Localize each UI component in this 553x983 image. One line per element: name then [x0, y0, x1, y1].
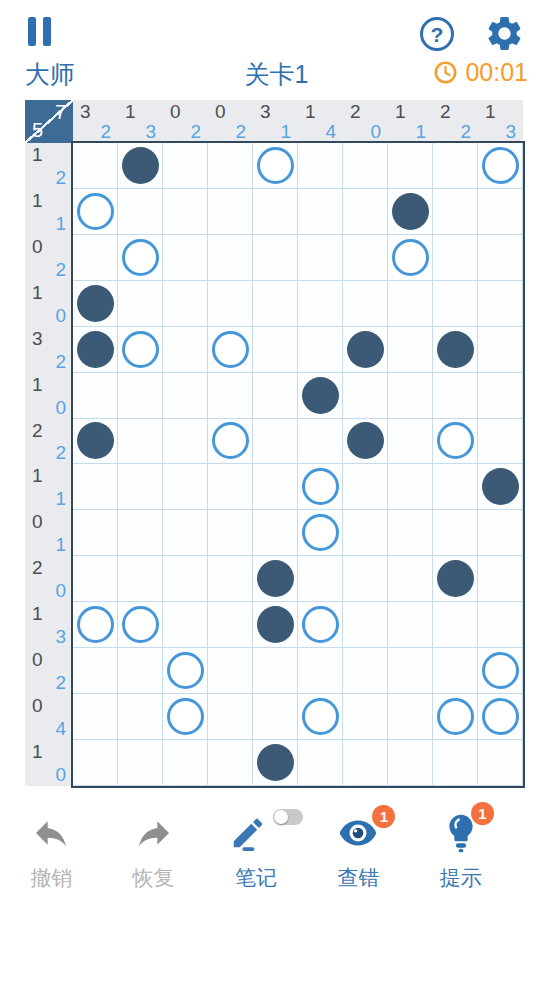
cell-r3c2[interactable]	[118, 235, 163, 281]
cell-r7c2[interactable]	[118, 419, 163, 465]
pencil-icon	[229, 813, 267, 853]
notes-button[interactable]: 笔记	[205, 804, 307, 892]
cell-r14c8[interactable]	[388, 740, 433, 786]
open-circle	[392, 239, 429, 276]
column-clue-3: 02	[163, 100, 208, 143]
cell-r9c10[interactable]	[478, 510, 523, 556]
row-clue-filled-count: 1	[32, 144, 43, 166]
cell-r5c9[interactable]	[433, 327, 478, 373]
cell-r10c8[interactable]	[388, 556, 433, 602]
filled-circle	[122, 147, 159, 184]
filled-circle	[482, 468, 519, 505]
cell-r11c1[interactable]	[73, 602, 118, 648]
board-grid: 7532130202311420112213121102103210221101…	[25, 100, 523, 786]
cell-r3c1[interactable]	[73, 235, 118, 281]
cell-r14c5[interactable]	[253, 740, 298, 786]
cell-r12c1[interactable]	[73, 648, 118, 694]
redo-arrow-icon	[131, 813, 177, 853]
row-clue-7: 22	[25, 419, 73, 465]
cell-r14c6[interactable]	[298, 740, 343, 786]
cell-r11c7[interactable]	[343, 602, 388, 648]
open-circle	[122, 331, 159, 368]
cell-r8c1[interactable]	[73, 464, 118, 510]
row-clue-open-count: 2	[55, 442, 66, 464]
row-clue-filled-count: 2	[32, 420, 43, 442]
undo-arrow-icon	[28, 813, 74, 853]
open-circle	[257, 147, 294, 184]
row-clue-11: 13	[25, 602, 73, 648]
cell-r3c5[interactable]	[253, 235, 298, 281]
open-circle	[302, 468, 339, 505]
cell-r8c8[interactable]	[388, 464, 433, 510]
cell-r4c9[interactable]	[433, 281, 478, 327]
cell-r5c4[interactable]	[208, 327, 253, 373]
redo-label: 恢复	[133, 864, 175, 892]
row-clue-5: 32	[25, 327, 73, 373]
cell-r8c9[interactable]	[433, 464, 478, 510]
filled-circle	[347, 331, 384, 368]
cell-r12c6[interactable]	[298, 648, 343, 694]
cell-r14c2[interactable]	[118, 740, 163, 786]
notes-label: 笔记	[235, 864, 277, 892]
open-circle	[437, 698, 474, 735]
cell-r6c2[interactable]	[118, 373, 163, 419]
cell-r13c4[interactable]	[208, 694, 253, 740]
check-errors-button[interactable]: 1 查错	[307, 804, 409, 892]
row-clue-open-count: 1	[55, 213, 66, 235]
column-clue-filled-count: 1	[305, 101, 316, 123]
row-clue-3: 02	[25, 235, 73, 281]
cell-r6c1[interactable]	[73, 373, 118, 419]
row-clue-open-count: 2	[55, 259, 66, 281]
cell-r8c7[interactable]	[343, 464, 388, 510]
cell-r10c7[interactable]	[343, 556, 388, 602]
column-clue-5: 31	[253, 100, 298, 143]
open-circle	[167, 652, 204, 689]
column-clue-filled-count: 1	[485, 101, 496, 123]
row-clue-14: 10	[25, 740, 73, 786]
filled-circle	[302, 377, 339, 414]
timer: 00:01	[434, 58, 528, 87]
column-clue-open-count: 2	[100, 121, 111, 143]
row-clue-open-count: 1	[55, 488, 66, 510]
cell-r13c9[interactable]	[433, 694, 478, 740]
cell-r5c10[interactable]	[478, 327, 523, 373]
corner-clue-top: 7	[55, 101, 66, 124]
row-clue-10: 20	[25, 556, 73, 602]
cell-r5c5[interactable]	[253, 327, 298, 373]
cell-r5c6[interactable]	[298, 327, 343, 373]
cell-r3c6[interactable]	[298, 235, 343, 281]
row-clue-filled-count: 1	[32, 282, 43, 304]
cell-r3c10[interactable]	[478, 235, 523, 281]
cell-r1c4[interactable]	[208, 143, 253, 189]
cell-r10c5[interactable]	[253, 556, 298, 602]
cell-r8c6[interactable]	[298, 464, 343, 510]
column-clue-9: 22	[433, 100, 478, 143]
row-clue-filled-count: 0	[32, 236, 43, 258]
cell-r13c10[interactable]	[478, 694, 523, 740]
cell-r14c3[interactable]	[163, 740, 208, 786]
row-clue-4: 10	[25, 281, 73, 327]
cell-r6c3[interactable]	[163, 373, 208, 419]
filled-circle	[77, 285, 114, 322]
row-clue-filled-count: 1	[32, 465, 43, 487]
row-clue-12: 02	[25, 648, 73, 694]
cell-r11c4[interactable]	[208, 602, 253, 648]
row-clue-open-count: 0	[55, 764, 66, 786]
open-circle	[482, 698, 519, 735]
cell-r11c2[interactable]	[118, 602, 163, 648]
filled-circle	[257, 606, 294, 643]
cell-r12c7[interactable]	[343, 648, 388, 694]
row-clue-2: 11	[25, 189, 73, 235]
cell-r6c5[interactable]	[253, 373, 298, 419]
toolbar: 撤销 恢复 笔记	[0, 804, 512, 892]
cell-r10c2[interactable]	[118, 556, 163, 602]
cell-r3c4[interactable]	[208, 235, 253, 281]
cell-r12c8[interactable]	[388, 648, 433, 694]
cell-r11c5[interactable]	[253, 602, 298, 648]
cell-r5c1[interactable]	[73, 327, 118, 373]
column-clue-open-count: 3	[145, 121, 156, 143]
cell-r9c8[interactable]	[388, 510, 433, 556]
hint-button[interactable]: 1 提示	[410, 804, 512, 892]
open-circle	[302, 698, 339, 735]
cell-r14c4[interactable]	[208, 740, 253, 786]
cell-r12c10[interactable]	[478, 648, 523, 694]
cell-r7c3[interactable]	[163, 419, 208, 465]
cell-r12c3[interactable]	[163, 648, 208, 694]
cell-r14c7[interactable]	[343, 740, 388, 786]
cell-r7c1[interactable]	[73, 419, 118, 465]
redo-button[interactable]: 恢复	[102, 804, 204, 892]
cell-r10c1[interactable]	[73, 556, 118, 602]
cell-r11c6[interactable]	[298, 602, 343, 648]
column-clue-1: 32	[73, 100, 118, 143]
question-mark-icon: ?	[418, 15, 456, 53]
cell-r10c9[interactable]	[433, 556, 478, 602]
column-clue-10: 13	[478, 100, 523, 143]
cell-r1c10[interactable]	[478, 143, 523, 189]
row-clue-filled-count: 1	[32, 741, 43, 763]
cell-r4c4[interactable]	[208, 281, 253, 327]
row-clue-13: 04	[25, 694, 73, 740]
cell-r9c1[interactable]	[73, 510, 118, 556]
cell-r9c5[interactable]	[253, 510, 298, 556]
cell-r13c7[interactable]	[343, 694, 388, 740]
row-clue-8: 11	[25, 464, 73, 510]
open-circle	[77, 606, 114, 643]
column-clue-open-count: 1	[280, 121, 291, 143]
cell-r8c10[interactable]	[478, 464, 523, 510]
cell-r1c5[interactable]	[253, 143, 298, 189]
column-clue-open-count: 3	[505, 121, 516, 143]
pause-button[interactable]	[28, 17, 51, 46]
open-circle	[437, 422, 474, 459]
cell-r13c8[interactable]	[388, 694, 433, 740]
column-clue-filled-count: 3	[80, 101, 91, 123]
pause-icon	[43, 17, 51, 46]
cell-r5c3[interactable]	[163, 327, 208, 373]
cell-r8c2[interactable]	[118, 464, 163, 510]
open-circle	[302, 514, 339, 551]
open-circle	[77, 193, 114, 230]
cell-r1c3[interactable]	[163, 143, 208, 189]
row-clue-filled-count: 0	[32, 649, 43, 671]
column-clue-open-count: 0	[370, 121, 381, 143]
row-clue-6: 10	[25, 373, 73, 419]
cell-r12c2[interactable]	[118, 648, 163, 694]
cell-r9c4[interactable]	[208, 510, 253, 556]
column-clue-open-count: 2	[190, 121, 201, 143]
filled-circle	[437, 560, 474, 597]
cell-r5c2[interactable]	[118, 327, 163, 373]
filled-circle	[257, 744, 294, 781]
open-circle	[482, 147, 519, 184]
cell-r3c3[interactable]	[163, 235, 208, 281]
cell-r10c4[interactable]	[208, 556, 253, 602]
row-clue-open-count: 2	[55, 351, 66, 373]
row-clue-9: 01	[25, 510, 73, 556]
cell-r8c3[interactable]	[163, 464, 208, 510]
cell-r10c10[interactable]	[478, 556, 523, 602]
hint-badge: 1	[471, 802, 494, 825]
cell-r7c5[interactable]	[253, 419, 298, 465]
cell-r4c8[interactable]	[388, 281, 433, 327]
column-clue-open-count: 2	[460, 121, 471, 143]
row-clue-open-count: 0	[55, 397, 66, 419]
svg-text:?: ?	[431, 23, 444, 46]
cell-r9c6[interactable]	[298, 510, 343, 556]
cell-r2c7[interactable]	[343, 189, 388, 235]
cell-r10c6[interactable]	[298, 556, 343, 602]
cell-r7c10[interactable]	[478, 419, 523, 465]
cell-r4c10[interactable]	[478, 281, 523, 327]
cell-r2c9[interactable]	[433, 189, 478, 235]
row-clue-filled-count: 1	[32, 190, 43, 212]
open-circle	[122, 239, 159, 276]
column-clue-open-count: 4	[325, 121, 336, 143]
filled-circle	[77, 331, 114, 368]
cell-r8c4[interactable]	[208, 464, 253, 510]
cell-r2c2[interactable]	[118, 189, 163, 235]
notes-toggle[interactable]	[273, 809, 303, 825]
open-circle	[302, 606, 339, 643]
cell-r6c10[interactable]	[478, 373, 523, 419]
cell-r11c10[interactable]	[478, 602, 523, 648]
filled-circle	[257, 560, 294, 597]
corner-clue-cell: 75	[25, 100, 73, 143]
cell-r13c5[interactable]	[253, 694, 298, 740]
pause-icon	[28, 17, 36, 46]
cell-r14c10[interactable]	[478, 740, 523, 786]
cell-r5c8[interactable]	[388, 327, 433, 373]
column-clue-4: 02	[208, 100, 253, 143]
cell-r13c3[interactable]	[163, 694, 208, 740]
column-clue-open-count: 2	[235, 121, 246, 143]
app-screen: ? 大师 关卡1 00:01 7532130202311420112213121…	[0, 0, 553, 983]
row-clue-open-count: 3	[55, 626, 66, 648]
cell-r3c9[interactable]	[433, 235, 478, 281]
cell-r1c1[interactable]	[73, 143, 118, 189]
row-clue-open-count: 1	[55, 534, 66, 556]
cell-r12c9[interactable]	[433, 648, 478, 694]
cell-r7c4[interactable]	[208, 419, 253, 465]
column-clue-filled-count: 1	[125, 101, 136, 123]
column-clue-8: 11	[388, 100, 433, 143]
cell-r6c8[interactable]	[388, 373, 433, 419]
cell-r11c8[interactable]	[388, 602, 433, 648]
cell-r6c4[interactable]	[208, 373, 253, 419]
filled-circle	[437, 331, 474, 368]
clock-icon	[434, 61, 457, 84]
check-errors-label: 查错	[337, 864, 379, 892]
column-clue-filled-count: 3	[260, 101, 271, 123]
cell-r5c7[interactable]	[343, 327, 388, 373]
cell-r4c2[interactable]	[118, 281, 163, 327]
cell-r11c3[interactable]	[163, 602, 208, 648]
cell-r2c5[interactable]	[253, 189, 298, 235]
cell-r1c2[interactable]	[118, 143, 163, 189]
cell-r12c4[interactable]	[208, 648, 253, 694]
filled-circle	[392, 193, 429, 230]
open-circle	[212, 331, 249, 368]
cell-r4c5[interactable]	[253, 281, 298, 327]
cell-r1c9[interactable]	[433, 143, 478, 189]
column-clue-filled-count: 0	[170, 101, 181, 123]
settings-button[interactable]	[484, 13, 525, 58]
cell-r3c7[interactable]	[343, 235, 388, 281]
cell-r6c7[interactable]	[343, 373, 388, 419]
timer-value: 00:01	[465, 58, 528, 87]
column-clue-filled-count: 2	[440, 101, 451, 123]
column-clue-7: 20	[343, 100, 388, 143]
cell-r10c3[interactable]	[163, 556, 208, 602]
cell-r2c10[interactable]	[478, 189, 523, 235]
cell-r9c3[interactable]	[163, 510, 208, 556]
cell-r14c9[interactable]	[433, 740, 478, 786]
open-circle	[482, 652, 519, 689]
open-circle	[212, 422, 249, 459]
column-clue-filled-count: 1	[395, 101, 406, 123]
row-clue-open-count: 2	[55, 167, 66, 189]
gear-icon	[484, 13, 525, 54]
toggle-knob	[274, 810, 288, 824]
cell-r7c7[interactable]	[343, 419, 388, 465]
column-clue-filled-count: 0	[215, 101, 226, 123]
undo-label: 撤销	[30, 864, 72, 892]
row-clue-open-count: 4	[55, 718, 66, 740]
check-errors-badge: 1	[372, 805, 395, 828]
cell-r12c5[interactable]	[253, 648, 298, 694]
row-clue-open-count: 0	[55, 580, 66, 602]
cell-r2c8[interactable]	[388, 189, 433, 235]
cell-r13c2[interactable]	[118, 694, 163, 740]
cell-r4c1[interactable]	[73, 281, 118, 327]
cell-r13c6[interactable]	[298, 694, 343, 740]
cell-r7c8[interactable]	[388, 419, 433, 465]
row-clue-filled-count: 2	[32, 557, 43, 579]
cell-r4c6[interactable]	[298, 281, 343, 327]
cell-r4c7[interactable]	[343, 281, 388, 327]
row-clue-filled-count: 1	[32, 374, 43, 396]
cell-r7c9[interactable]	[433, 419, 478, 465]
corner-clue-bottom: 5	[32, 119, 43, 142]
cell-r1c8[interactable]	[388, 143, 433, 189]
cell-r1c6[interactable]	[298, 143, 343, 189]
column-clue-open-count: 1	[415, 121, 426, 143]
cell-r3c8[interactable]	[388, 235, 433, 281]
cell-r13c1[interactable]	[73, 694, 118, 740]
cell-r8c5[interactable]	[253, 464, 298, 510]
cell-r6c6[interactable]	[298, 373, 343, 419]
cell-r9c9[interactable]	[433, 510, 478, 556]
column-clue-filled-count: 2	[350, 101, 361, 123]
row-clue-filled-count: 3	[32, 328, 43, 350]
row-clue-filled-count: 0	[32, 695, 43, 717]
filled-circle	[347, 422, 384, 459]
row-clue-filled-count: 1	[32, 603, 43, 625]
cell-r11c9[interactable]	[433, 602, 478, 648]
cell-r2c6[interactable]	[298, 189, 343, 235]
cell-r7c6[interactable]	[298, 419, 343, 465]
filled-circle	[77, 422, 114, 459]
help-button[interactable]: ?	[418, 15, 456, 57]
cell-r14c1[interactable]	[73, 740, 118, 786]
cell-r4c3[interactable]	[163, 281, 208, 327]
row-clue-1: 12	[25, 143, 73, 189]
cell-r2c1[interactable]	[73, 189, 118, 235]
row-clue-open-count: 0	[55, 305, 66, 327]
cell-r6c9[interactable]	[433, 373, 478, 419]
cell-r2c4[interactable]	[208, 189, 253, 235]
open-circle	[167, 698, 204, 735]
open-circle	[122, 606, 159, 643]
row-clue-open-count: 2	[55, 672, 66, 694]
column-clue-6: 14	[298, 100, 343, 143]
column-clue-2: 13	[118, 100, 163, 143]
cell-r1c7[interactable]	[343, 143, 388, 189]
hint-label: 提示	[440, 864, 482, 892]
cell-r2c3[interactable]	[163, 189, 208, 235]
undo-button[interactable]: 撤销	[0, 804, 102, 892]
row-clue-filled-count: 0	[32, 511, 43, 533]
cell-r9c7[interactable]	[343, 510, 388, 556]
cell-r9c2[interactable]	[118, 510, 163, 556]
